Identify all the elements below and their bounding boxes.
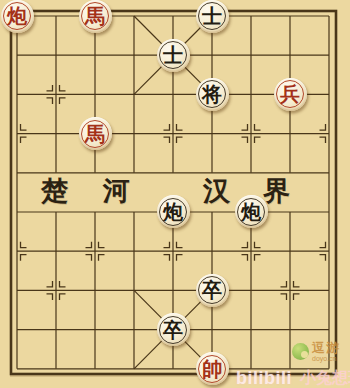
board-cell[interactable] xyxy=(0,114,37,153)
board-cell[interactable] xyxy=(232,153,271,192)
board-cell[interactable] xyxy=(310,192,349,231)
board-cell[interactable] xyxy=(271,192,310,231)
piece-glyph: 炮 xyxy=(241,201,261,221)
board-cell[interactable] xyxy=(115,232,154,271)
board-cell[interactable] xyxy=(76,232,115,271)
board-cell[interactable]: 将 xyxy=(193,75,232,114)
board-cell[interactable] xyxy=(310,153,349,192)
bilibili-logo: bilibili xyxy=(236,368,292,388)
piece-glyph: 将 xyxy=(202,84,222,104)
board-cell[interactable] xyxy=(0,192,37,231)
board-cell[interactable] xyxy=(232,310,271,349)
board-cell[interactable] xyxy=(76,310,115,349)
piece-red-soldier[interactable]: 兵 xyxy=(274,78,307,111)
piece-black-advisor[interactable]: 士 xyxy=(196,0,229,33)
piece-black-advisor[interactable]: 士 xyxy=(157,39,190,72)
piece-red-general[interactable]: 帥 xyxy=(196,352,229,385)
board-cell[interactable]: 帥 xyxy=(193,349,232,388)
xiangqi-board: 楚 河 汉 界 炮馬士士将兵馬炮炮卒卒帥 逗游 doyo.cn bilibili… xyxy=(0,0,350,388)
board-cell[interactable]: 卒 xyxy=(193,271,232,310)
board-cell[interactable] xyxy=(193,192,232,231)
board-cell[interactable] xyxy=(271,0,310,36)
board-cell[interactable]: 馬 xyxy=(76,114,115,153)
board-cell[interactable] xyxy=(310,114,349,153)
bilibili-watermark: bilibili 小兔想玩 xyxy=(236,368,350,388)
board-cell[interactable] xyxy=(76,192,115,231)
board-cell[interactable] xyxy=(232,232,271,271)
board-cell[interactable]: 炮 xyxy=(232,192,271,231)
board-grid: 炮馬士士将兵馬炮炮卒卒帥 xyxy=(0,0,349,388)
board-cell[interactable] xyxy=(76,36,115,75)
board-cell[interactable]: 炮 xyxy=(154,192,193,231)
board-cell[interactable] xyxy=(76,153,115,192)
piece-black-cannon[interactable]: 炮 xyxy=(157,195,190,228)
board-cell[interactable] xyxy=(0,75,37,114)
board-cell[interactable] xyxy=(37,0,76,36)
board-cell[interactable] xyxy=(115,75,154,114)
board-cell[interactable] xyxy=(37,192,76,231)
board-cell[interactable] xyxy=(37,114,76,153)
board-cell[interactable] xyxy=(193,232,232,271)
board-cell[interactable]: 炮 xyxy=(0,0,37,36)
piece-red-horse[interactable]: 馬 xyxy=(79,117,112,150)
piece-black-cannon[interactable]: 炮 xyxy=(235,195,268,228)
piece-black-soldier[interactable]: 卒 xyxy=(157,313,190,346)
board-cell[interactable] xyxy=(37,271,76,310)
piece-red-cannon[interactable]: 炮 xyxy=(1,0,34,33)
board-cell[interactable] xyxy=(154,271,193,310)
board-cell[interactable] xyxy=(0,36,37,75)
board-cell[interactable] xyxy=(232,36,271,75)
board-cell[interactable] xyxy=(154,114,193,153)
board-cell[interactable] xyxy=(76,349,115,388)
board-cell[interactable] xyxy=(193,36,232,75)
board-cell[interactable] xyxy=(0,153,37,192)
board-cell[interactable] xyxy=(154,0,193,36)
board-cell[interactable]: 馬 xyxy=(76,0,115,36)
doyo-bird-icon xyxy=(292,343,309,360)
doyo-brand: 逗游 xyxy=(312,341,340,354)
board-cell[interactable] xyxy=(115,0,154,36)
board-cell[interactable] xyxy=(115,153,154,192)
board-cell[interactable]: 士 xyxy=(193,0,232,36)
board-cell[interactable] xyxy=(271,153,310,192)
board-cell[interactable] xyxy=(232,75,271,114)
board-cell[interactable]: 士 xyxy=(154,36,193,75)
board-cell[interactable] xyxy=(271,271,310,310)
board-cell[interactable] xyxy=(115,114,154,153)
board-cell[interactable] xyxy=(154,232,193,271)
board-cell[interactable] xyxy=(310,271,349,310)
board-cell[interactable] xyxy=(37,349,76,388)
board-cell[interactable] xyxy=(193,114,232,153)
board-cell[interactable] xyxy=(232,271,271,310)
piece-black-soldier[interactable]: 卒 xyxy=(196,274,229,307)
board-cell[interactable] xyxy=(193,310,232,349)
piece-glyph: 士 xyxy=(163,45,183,65)
board-cell[interactable] xyxy=(271,232,310,271)
board-cell[interactable] xyxy=(193,153,232,192)
board-cell[interactable] xyxy=(310,36,349,75)
board-cell[interactable] xyxy=(154,75,193,114)
piece-glyph: 炮 xyxy=(163,201,183,221)
board-cell[interactable] xyxy=(115,271,154,310)
piece-glyph: 馬 xyxy=(85,123,105,143)
board-cell[interactable] xyxy=(115,192,154,231)
board-cell[interactable] xyxy=(0,271,37,310)
piece-black-general[interactable]: 将 xyxy=(196,78,229,111)
board-cell[interactable] xyxy=(37,75,76,114)
board-cell[interactable] xyxy=(76,75,115,114)
board-cell[interactable] xyxy=(154,153,193,192)
board-cell[interactable] xyxy=(115,349,154,388)
piece-glyph: 卒 xyxy=(163,319,183,339)
board-cell[interactable] xyxy=(37,36,76,75)
board-cell[interactable] xyxy=(37,310,76,349)
piece-glyph: 馬 xyxy=(85,6,105,26)
board-cell[interactable] xyxy=(115,310,154,349)
board-cell[interactable]: 兵 xyxy=(271,75,310,114)
board-cell[interactable] xyxy=(0,232,37,271)
doyo-domain: doyo.cn xyxy=(312,355,340,362)
board-cell[interactable] xyxy=(271,36,310,75)
board-cell[interactable] xyxy=(0,349,37,388)
board-cell[interactable] xyxy=(232,114,271,153)
board-cell[interactable] xyxy=(0,310,37,349)
board-cell[interactable] xyxy=(115,36,154,75)
piece-glyph: 卒 xyxy=(202,280,222,300)
board-cell[interactable] xyxy=(271,114,310,153)
board-cell[interactable] xyxy=(232,0,271,36)
board-cell[interactable] xyxy=(310,232,349,271)
board-cell[interactable] xyxy=(76,271,115,310)
bilibili-channel: 小兔想玩 xyxy=(300,368,350,388)
board-cell[interactable] xyxy=(310,0,349,36)
board-cell[interactable] xyxy=(37,232,76,271)
doyo-watermark: 逗游 doyo.cn xyxy=(292,341,340,362)
piece-glyph: 炮 xyxy=(7,6,27,26)
piece-glyph: 兵 xyxy=(280,84,300,104)
board-cell[interactable] xyxy=(37,153,76,192)
board-cell[interactable] xyxy=(310,75,349,114)
piece-red-horse[interactable]: 馬 xyxy=(79,0,112,33)
board-cell[interactable]: 卒 xyxy=(154,310,193,349)
board-cell[interactable] xyxy=(154,349,193,388)
piece-glyph: 士 xyxy=(202,6,222,26)
piece-glyph: 帥 xyxy=(202,358,222,378)
